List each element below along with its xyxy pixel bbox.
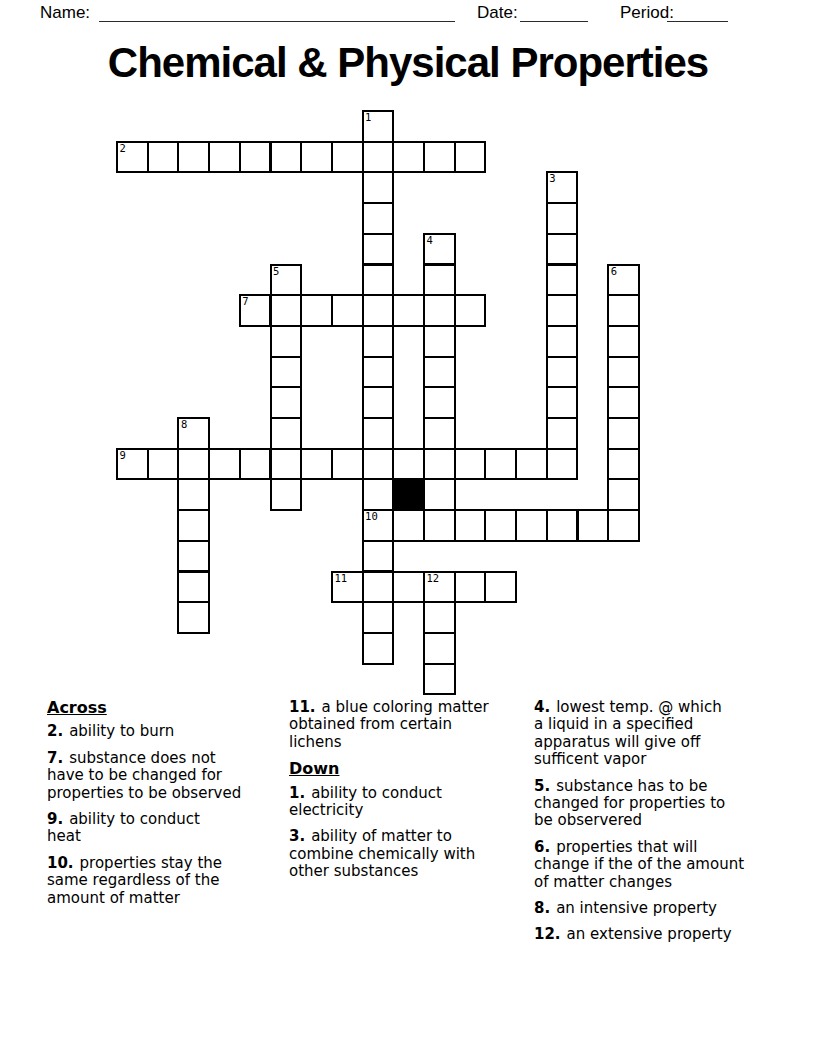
grid-cell-r11c2[interactable] bbox=[177, 448, 210, 481]
grid-cell-r13c16[interactable] bbox=[607, 509, 640, 542]
clue-number-label: 6. bbox=[534, 838, 550, 856]
clue-number-label: 3. bbox=[289, 827, 305, 845]
grid-cell-r11c8[interactable] bbox=[362, 448, 395, 481]
grid-cell-r14c8[interactable] bbox=[362, 540, 395, 573]
grid-cell-r11c16[interactable] bbox=[607, 448, 640, 481]
grid-cell-r12c5[interactable] bbox=[270, 478, 303, 511]
grid-cell-r1c11[interactable] bbox=[454, 141, 487, 174]
grid-cell-r7c5[interactable] bbox=[270, 325, 303, 358]
grid-cell-r17c8[interactable] bbox=[362, 632, 395, 665]
grid-cell-r10c2[interactable]: 8 bbox=[177, 417, 210, 450]
clue-number-10: 10 bbox=[365, 511, 378, 522]
down-clues-list: 1.ability to conduct electricity3.abilit… bbox=[289, 785, 522, 881]
grid-cell-r5c16[interactable]: 6 bbox=[607, 264, 640, 297]
grid-cell-r10c8[interactable] bbox=[362, 417, 395, 450]
clue-number-label: 12. bbox=[534, 925, 561, 943]
grid-cell-r11c14[interactable] bbox=[546, 448, 579, 481]
grid-cell-r12c8[interactable] bbox=[362, 478, 395, 511]
grid-cell-r11c3[interactable] bbox=[208, 448, 241, 481]
clue-text: ability to conduct electricity bbox=[289, 784, 442, 819]
grid-cell-r1c3[interactable] bbox=[208, 141, 241, 174]
clue-number-label: 11. bbox=[289, 698, 316, 716]
clue-down-8: 8.an intensive property bbox=[534, 900, 776, 917]
period-label: Period: bbox=[620, 3, 674, 23]
crossword-grid: 123456789101112 bbox=[116, 110, 638, 694]
grid-cell-r6c8[interactable] bbox=[362, 294, 395, 327]
clue-text: substance has to be changed for properti… bbox=[534, 777, 725, 830]
grid-cell-r11c1[interactable] bbox=[147, 448, 180, 481]
grid-cell-r3c14[interactable] bbox=[546, 202, 579, 235]
grid-cell-r12c16[interactable] bbox=[607, 478, 640, 511]
clue-text: ability of matter to combine chemically … bbox=[289, 827, 475, 880]
clue-text: lowest temp. @ which a liquid in a speci… bbox=[534, 698, 722, 768]
down-heading: Down bbox=[289, 760, 522, 777]
page-title: Chemical & Physical Properties bbox=[0, 36, 816, 90]
grid-cell-r10c5[interactable] bbox=[270, 417, 303, 450]
period-write-line[interactable] bbox=[667, 2, 728, 22]
grid-cell-r4c14[interactable] bbox=[546, 233, 579, 266]
grid-cell-r11c6[interactable] bbox=[300, 448, 333, 481]
grid-cell-r7c10[interactable] bbox=[423, 325, 456, 358]
grid-cell-r6c7[interactable] bbox=[331, 294, 364, 327]
clue-number-label: 10. bbox=[47, 854, 74, 872]
grid-cell-r13c14[interactable] bbox=[546, 509, 579, 542]
grid-cell-r13c12[interactable] bbox=[484, 509, 517, 542]
down-clues-continued: 4.lowest temp. @ which a liquid in a spe… bbox=[534, 699, 776, 944]
clue-down-4: 4.lowest temp. @ which a liquid in a spe… bbox=[534, 699, 776, 769]
clue-text: an intensive property bbox=[556, 899, 717, 917]
grid-cell-r10c14[interactable] bbox=[546, 417, 579, 450]
clue-down-5: 5.substance has to be changed for proper… bbox=[534, 778, 776, 830]
grid-cell-r5c8[interactable] bbox=[362, 264, 395, 297]
clue-across-10: 10.properties stay the same regardless o… bbox=[47, 855, 275, 907]
grid-cell-r11c12[interactable] bbox=[484, 448, 517, 481]
grid-cell-r13c11[interactable] bbox=[454, 509, 487, 542]
grid-cell-r11c13[interactable] bbox=[515, 448, 548, 481]
grid-cell-r15c9[interactable] bbox=[392, 571, 425, 604]
grid-cell-r6c5[interactable] bbox=[270, 294, 303, 327]
clues-column-2: 11.a blue coloring matter obtained from … bbox=[289, 699, 522, 890]
across-clues-list: 2.ability to burn7.substance does not ha… bbox=[47, 723, 275, 907]
clue-across-9: 9.ability to conduct heat bbox=[47, 811, 275, 846]
grid-cell-r4c10[interactable]: 4 bbox=[423, 233, 456, 266]
grid-cell-r13c13[interactable] bbox=[515, 509, 548, 542]
grid-cell-r11c10[interactable] bbox=[423, 448, 456, 481]
grid-cell-r9c14[interactable] bbox=[546, 386, 579, 419]
grid-cell-r8c14[interactable] bbox=[546, 356, 579, 389]
clue-number-8: 8 bbox=[181, 419, 187, 430]
grid-cell-r6c9[interactable] bbox=[392, 294, 425, 327]
clue-number-label: 7. bbox=[47, 749, 63, 767]
grid-cell-r6c11[interactable] bbox=[454, 294, 487, 327]
grid-cell-r2c8[interactable] bbox=[362, 171, 395, 204]
grid-cell-r6c6[interactable] bbox=[300, 294, 333, 327]
clue-text: an extensive property bbox=[567, 925, 732, 943]
clue-down-12: 12.an extensive property bbox=[534, 926, 776, 943]
clue-number-label: 8. bbox=[534, 899, 550, 917]
grid-cell-r11c5[interactable] bbox=[270, 448, 303, 481]
grid-cell-r15c10[interactable]: 12 bbox=[423, 571, 456, 604]
grid-cell-r7c14[interactable] bbox=[546, 325, 579, 358]
grid-cell-r14c2[interactable] bbox=[177, 540, 210, 573]
grid-cell-r11c4[interactable] bbox=[239, 448, 272, 481]
grid-cell-r11c7[interactable] bbox=[331, 448, 364, 481]
grid-cell-r1c7[interactable] bbox=[331, 141, 364, 174]
grid-cell-r11c9[interactable] bbox=[392, 448, 425, 481]
grid-cell-r10c16[interactable] bbox=[607, 417, 640, 450]
grid-cell-r12c2[interactable] bbox=[177, 478, 210, 511]
clues-column-3: 4.lowest temp. @ which a liquid in a spe… bbox=[534, 699, 776, 953]
grid-cell-r6c16[interactable] bbox=[607, 294, 640, 327]
grid-cell-r13c8[interactable]: 10 bbox=[362, 509, 395, 542]
grid-cell-r1c9[interactable] bbox=[392, 141, 425, 174]
name-write-line[interactable] bbox=[99, 2, 455, 22]
grid-cell-r4c8[interactable] bbox=[362, 233, 395, 266]
grid-cell-r7c8[interactable] bbox=[362, 325, 395, 358]
clue-down-3: 3.ability of matter to combine chemicall… bbox=[289, 828, 522, 880]
clue-text: properties that will change if the of th… bbox=[534, 838, 744, 891]
grid-cell-r1c1[interactable] bbox=[147, 141, 180, 174]
grid-cell-r13c2[interactable] bbox=[177, 509, 210, 542]
across-heading: Across bbox=[47, 699, 275, 716]
grid-cell-r15c12[interactable] bbox=[484, 571, 517, 604]
clue-number-5: 5 bbox=[273, 266, 279, 277]
grid-cell-r13c9[interactable] bbox=[392, 509, 425, 542]
clue-number-3: 3 bbox=[549, 173, 555, 184]
date-write-line[interactable] bbox=[520, 2, 588, 22]
clue-number-label: 2. bbox=[47, 722, 63, 740]
grid-cell-r16c2[interactable] bbox=[177, 601, 210, 634]
date-label: Date: bbox=[477, 3, 518, 23]
grid-cell-r9c5[interactable] bbox=[270, 386, 303, 419]
grid-cell-r15c8[interactable] bbox=[362, 571, 395, 604]
across-clues-continued: 11.a blue coloring matter obtained from … bbox=[289, 699, 522, 751]
grid-cell-r1c2[interactable] bbox=[177, 141, 210, 174]
clue-text: substance does not have to be changed fo… bbox=[47, 749, 241, 802]
clue-down-1: 1.ability to conduct electricity bbox=[289, 785, 522, 820]
grid-cell-r18c10[interactable] bbox=[423, 663, 456, 696]
clue-number-label: 4. bbox=[534, 698, 550, 716]
grid-cell-r16c10[interactable] bbox=[423, 601, 456, 634]
grid-cell-r3c8[interactable] bbox=[362, 202, 395, 235]
grid-cell-r1c6[interactable] bbox=[300, 141, 333, 174]
grid-cell-r12c10[interactable] bbox=[423, 478, 456, 511]
grid-cell-r6c4[interactable]: 7 bbox=[239, 294, 272, 327]
clue-number-label: 5. bbox=[534, 777, 550, 795]
grid-cell-r1c0[interactable]: 2 bbox=[116, 141, 149, 174]
grid-cell-r5c10[interactable] bbox=[423, 264, 456, 297]
grid-cell-r1c10[interactable] bbox=[423, 141, 456, 174]
grid-cell-r13c15[interactable] bbox=[577, 509, 610, 542]
clue-number-12: 12 bbox=[427, 573, 440, 584]
grid-cell-r1c8[interactable] bbox=[362, 141, 395, 174]
clue-number-9: 9 bbox=[120, 450, 126, 461]
clues-column-1: Across 2.ability to burn7.substance does… bbox=[47, 699, 275, 916]
grid-cell-r2c14[interactable]: 3 bbox=[546, 171, 579, 204]
clue-number-7: 7 bbox=[242, 296, 248, 307]
grid-cell-r13c10[interactable] bbox=[423, 509, 456, 542]
clue-number-label: 1. bbox=[289, 784, 305, 802]
clue-across-7: 7.substance does not have to be changed … bbox=[47, 750, 275, 802]
grid-cell-r7c16[interactable] bbox=[607, 325, 640, 358]
clue-text: ability to conduct heat bbox=[47, 810, 200, 845]
crossword-worksheet: Name: Date: Period: Chemical & Physical … bbox=[0, 0, 816, 1056]
grid-cell-r16c8[interactable] bbox=[362, 601, 395, 634]
grid-cell-r11c11[interactable] bbox=[454, 448, 487, 481]
grid-cell-r6c10[interactable] bbox=[423, 294, 456, 327]
clue-number-4: 4 bbox=[427, 235, 433, 246]
grid-cell-r9c8[interactable] bbox=[362, 386, 395, 419]
clue-across-2: 2.ability to burn bbox=[47, 723, 275, 740]
grid-cell-r15c7[interactable]: 11 bbox=[331, 571, 364, 604]
grid-cell-r6c14[interactable] bbox=[546, 294, 579, 327]
grid-cell-r5c14[interactable] bbox=[546, 264, 579, 297]
grid-cell-r8c10[interactable] bbox=[423, 356, 456, 389]
black-cell bbox=[392, 478, 425, 511]
grid-cell-r15c2[interactable] bbox=[177, 571, 210, 604]
grid-cell-r8c8[interactable] bbox=[362, 356, 395, 389]
grid-cell-r1c4[interactable] bbox=[239, 141, 272, 174]
grid-cell-r8c16[interactable] bbox=[607, 356, 640, 389]
clue-down-6: 6.properties that will change if the of … bbox=[534, 839, 776, 891]
clue-number-label: 9. bbox=[47, 810, 63, 828]
name-label: Name: bbox=[40, 3, 90, 23]
clue-number-6: 6 bbox=[611, 266, 617, 277]
grid-cell-r10c10[interactable] bbox=[423, 417, 456, 450]
grid-cell-r5c5[interactable]: 5 bbox=[270, 264, 303, 297]
grid-cell-r8c5[interactable] bbox=[270, 356, 303, 389]
clue-across-11: 11.a blue coloring matter obtained from … bbox=[289, 699, 522, 751]
clue-text: a blue coloring matter obtained from cer… bbox=[289, 698, 489, 751]
clue-number-11: 11 bbox=[334, 573, 347, 584]
clue-text: ability to burn bbox=[69, 722, 174, 740]
grid-cell-r0c8[interactable]: 1 bbox=[362, 110, 395, 143]
grid-cell-r9c16[interactable] bbox=[607, 386, 640, 419]
grid-cell-r17c10[interactable] bbox=[423, 632, 456, 665]
grid-cell-r9c10[interactable] bbox=[423, 386, 456, 419]
grid-cell-r15c11[interactable] bbox=[454, 571, 487, 604]
grid-cell-r11c0[interactable]: 9 bbox=[116, 448, 149, 481]
grid-cell-r1c5[interactable] bbox=[270, 141, 303, 174]
clue-number-2: 2 bbox=[120, 143, 126, 154]
clue-number-1: 1 bbox=[365, 112, 371, 123]
